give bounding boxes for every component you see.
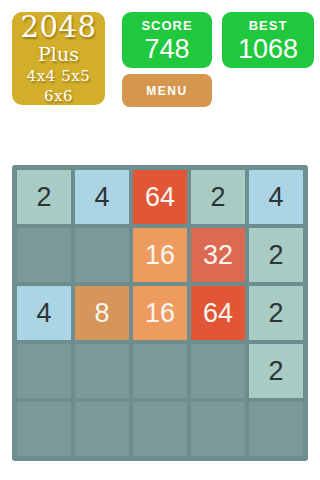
tile-2-r4c5: 2 (249, 344, 303, 398)
best-box: BEST 1068 (222, 12, 314, 68)
best-label: BEST (249, 18, 288, 34)
empty-cell-r4c2 (75, 344, 129, 398)
empty-cell-r4c1 (17, 344, 71, 398)
tile-4-r1c2: 4 (75, 170, 129, 224)
empty-cell-r5c1 (17, 402, 71, 456)
score-box: SCORE 748 (122, 12, 212, 68)
tile-4-r1c5: 4 (249, 170, 303, 224)
tile-64-r3c4: 64 (191, 286, 245, 340)
tile-2-r2c5: 2 (249, 228, 303, 282)
empty-cell-r2c2 (75, 228, 129, 282)
app-screen: 2048 Plus 4x4 5x5 6x6 SCORE 748 BEST 106… (0, 0, 320, 480)
tile-16-r2c3: 16 (133, 228, 187, 282)
logo-badge: 2048 Plus 4x4 5x5 6x6 (12, 12, 105, 105)
logo-modes: 4x4 5x5 6x6 (12, 66, 105, 106)
empty-cell-r2c1 (17, 228, 71, 282)
empty-cell-r5c2 (75, 402, 129, 456)
score-label: SCORE (141, 18, 192, 34)
score-value: 748 (144, 34, 189, 64)
tile-64-r1c3: 64 (133, 170, 187, 224)
tile-16-r3c3: 16 (133, 286, 187, 340)
board[interactable]: 2464241632248166422 (12, 165, 308, 461)
tile-2-r3c5: 2 (249, 286, 303, 340)
empty-cell-r4c4 (191, 344, 245, 398)
empty-cell-r5c3 (133, 402, 187, 456)
empty-cell-r4c3 (133, 344, 187, 398)
logo-subtitle: Plus (38, 42, 79, 66)
logo-title: 2048 (21, 12, 97, 42)
tile-4-r3c1: 4 (17, 286, 71, 340)
empty-cell-r5c5 (249, 402, 303, 456)
menu-button[interactable]: MENU (122, 74, 212, 107)
tile-2-r1c4: 2 (191, 170, 245, 224)
best-value: 1068 (238, 34, 298, 64)
empty-cell-r5c4 (191, 402, 245, 456)
tile-2-r1c1: 2 (17, 170, 71, 224)
tile-8-r3c2: 8 (75, 286, 129, 340)
tile-32-r2c4: 32 (191, 228, 245, 282)
